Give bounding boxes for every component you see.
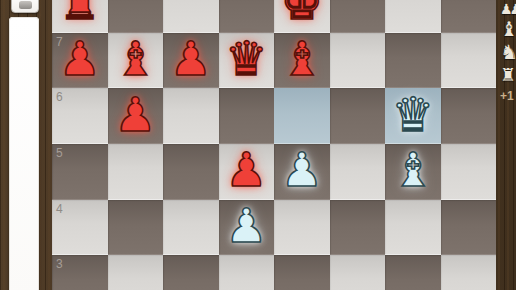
red-pawn-piece[interactable]: ♟: [59, 35, 101, 82]
red-pawn-piece[interactable]: ♟: [225, 146, 267, 193]
captured-pieces-tray: ♟♟♝♞♜ +1: [500, 1, 516, 103]
square-f7[interactable]: [330, 33, 386, 89]
material-advantage-label: +1: [500, 89, 514, 103]
square-e4[interactable]: [274, 200, 330, 256]
red-queen-piece[interactable]: ♛: [225, 35, 267, 82]
square-f5[interactable]: [330, 144, 386, 200]
square-b7[interactable]: ♝: [108, 33, 164, 89]
square-b8[interactable]: [108, 0, 164, 33]
square-b3[interactable]: [108, 255, 164, 290]
square-g7[interactable]: [385, 33, 441, 89]
square-c7[interactable]: ♟: [163, 33, 219, 89]
square-h7[interactable]: [441, 33, 497, 89]
square-e3[interactable]: [274, 255, 330, 290]
captured-pieces-icons: ♟♟♝♞♜: [500, 1, 516, 84]
captured-rook-icon: ♜: [500, 66, 516, 84]
chess-board: ♜♚7♟♝♟♛♝6♟♛5♟♟♝4♟3: [52, 0, 496, 290]
square-f6[interactable]: [330, 88, 386, 144]
red-pawn-piece[interactable]: ♟: [170, 35, 212, 82]
cyan-bishop-piece[interactable]: ♝: [392, 146, 434, 193]
rank-label-6: 6: [56, 91, 63, 103]
square-c3[interactable]: [163, 255, 219, 290]
square-g6[interactable]: ♛: [385, 88, 441, 144]
square-e8[interactable]: ♚: [274, 0, 330, 33]
piece-set-button[interactable]: [11, 0, 39, 13]
chess-app-window: { "game": "chess", "app": { "side_button…: [0, 0, 516, 290]
cyan-queen-piece[interactable]: ♛: [392, 91, 434, 138]
cyan-pawn-piece[interactable]: ♟: [225, 202, 267, 249]
square-h5[interactable]: [441, 144, 497, 200]
square-a5[interactable]: 5: [52, 144, 108, 200]
square-a3[interactable]: 3: [52, 255, 108, 290]
square-f8[interactable]: [330, 0, 386, 33]
square-e7[interactable]: ♝: [274, 33, 330, 89]
red-rook-piece[interactable]: ♜: [59, 0, 101, 26]
square-h8[interactable]: [441, 0, 497, 33]
square-e6[interactable]: [274, 88, 330, 144]
red-bishop-piece[interactable]: ♝: [114, 35, 156, 82]
square-a7[interactable]: 7♟: [52, 33, 108, 89]
rank-label-4: 4: [56, 203, 63, 215]
square-b6[interactable]: ♟: [108, 88, 164, 144]
square-d8[interactable]: [219, 0, 275, 33]
square-a8[interactable]: ♜: [52, 0, 108, 33]
square-g8[interactable]: [385, 0, 441, 33]
square-f3[interactable]: [330, 255, 386, 290]
red-king-piece[interactable]: ♚: [281, 0, 323, 26]
square-d6[interactable]: [219, 88, 275, 144]
square-b5[interactable]: [108, 144, 164, 200]
captured-bishop-icon: ♝: [500, 19, 516, 39]
square-c5[interactable]: [163, 144, 219, 200]
piece-tile-icon: [19, 1, 32, 9]
red-pawn-piece[interactable]: ♟: [114, 91, 156, 138]
square-a6[interactable]: 6: [52, 88, 108, 144]
square-h3[interactable]: [441, 255, 497, 290]
square-g3[interactable]: [385, 255, 441, 290]
square-d5[interactable]: ♟: [219, 144, 275, 200]
square-h4[interactable]: [441, 200, 497, 256]
cyan-pawn-piece[interactable]: ♟: [281, 146, 323, 193]
square-f4[interactable]: [330, 200, 386, 256]
captured-pawns-icon: ♟♟: [500, 2, 516, 16]
square-d4[interactable]: ♟: [219, 200, 275, 256]
square-c6[interactable]: [163, 88, 219, 144]
square-d3[interactable]: [219, 255, 275, 290]
square-g4[interactable]: [385, 200, 441, 256]
move-list-panel[interactable]: [9, 17, 39, 290]
square-c8[interactable]: [163, 0, 219, 33]
square-c4[interactable]: [163, 200, 219, 256]
square-h6[interactable]: [441, 88, 497, 144]
rank-label-5: 5: [56, 147, 63, 159]
square-b4[interactable]: [108, 200, 164, 256]
red-bishop-piece[interactable]: ♝: [281, 35, 323, 82]
square-g5[interactable]: ♝: [385, 144, 441, 200]
square-a4[interactable]: 4: [52, 200, 108, 256]
rank-label-3: 3: [56, 258, 63, 270]
captured-knight-icon: ♞: [500, 42, 516, 62]
square-e5[interactable]: ♟: [274, 144, 330, 200]
square-d7[interactable]: ♛: [219, 33, 275, 89]
